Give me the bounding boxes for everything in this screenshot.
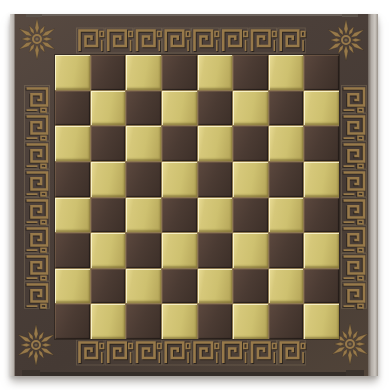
square-e2[interactable]	[198, 269, 233, 304]
greek-key-border-bottom	[76, 339, 306, 366]
square-a8[interactable]	[55, 55, 90, 90]
square-b7[interactable]	[91, 91, 126, 126]
square-a4[interactable]	[55, 198, 90, 233]
square-c4[interactable]	[126, 198, 161, 233]
square-e1[interactable]	[198, 304, 233, 339]
square-c3[interactable]	[126, 233, 161, 268]
square-b4[interactable]	[91, 198, 126, 233]
square-h8[interactable]	[304, 55, 339, 90]
board-corner-tab	[342, 14, 358, 17]
square-a1[interactable]	[55, 304, 90, 339]
board-rim-left	[10, 14, 15, 376]
square-c1[interactable]	[126, 304, 161, 339]
square-b2[interactable]	[91, 269, 126, 304]
square-c5[interactable]	[126, 162, 161, 197]
board-edge-top	[32, 14, 356, 16]
square-b3[interactable]	[91, 233, 126, 268]
square-d7[interactable]	[162, 91, 197, 126]
square-e7[interactable]	[198, 91, 233, 126]
square-g4[interactable]	[269, 198, 304, 233]
sun-ornament-bottom-left-icon	[14, 323, 58, 367]
square-h3[interactable]	[304, 233, 339, 268]
square-g7[interactable]	[269, 91, 304, 126]
square-h5[interactable]	[304, 162, 339, 197]
square-g1[interactable]	[269, 304, 304, 339]
square-d4[interactable]	[162, 198, 197, 233]
square-c7[interactable]	[126, 91, 161, 126]
square-b1[interactable]	[91, 304, 126, 339]
square-f8[interactable]	[233, 55, 268, 90]
square-e6[interactable]	[198, 126, 233, 161]
square-h2[interactable]	[304, 269, 339, 304]
square-e3[interactable]	[198, 233, 233, 268]
greek-key-border-top	[76, 27, 306, 54]
board-corner-tab	[346, 370, 364, 376]
chess-board	[10, 14, 378, 376]
square-f3[interactable]	[233, 233, 268, 268]
square-a2[interactable]	[55, 269, 90, 304]
photo-background	[0, 0, 390, 390]
square-f6[interactable]	[233, 126, 268, 161]
checkerboard	[55, 55, 339, 339]
square-f4[interactable]	[233, 198, 268, 233]
square-d8[interactable]	[162, 55, 197, 90]
square-c2[interactable]	[126, 269, 161, 304]
square-e5[interactable]	[198, 162, 233, 197]
square-b8[interactable]	[91, 55, 126, 90]
square-h7[interactable]	[304, 91, 339, 126]
square-c8[interactable]	[126, 55, 161, 90]
square-g6[interactable]	[269, 126, 304, 161]
square-f2[interactable]	[233, 269, 268, 304]
board-corner-tab	[22, 370, 40, 376]
greek-key-border-right	[339, 85, 369, 309]
square-h4[interactable]	[304, 198, 339, 233]
square-e4[interactable]	[198, 198, 233, 233]
square-a3[interactable]	[55, 233, 90, 268]
square-g8[interactable]	[269, 55, 304, 90]
board-edge-bottom	[30, 372, 358, 376]
square-f7[interactable]	[233, 91, 268, 126]
greek-key-border-left	[22, 85, 52, 309]
square-d2[interactable]	[162, 269, 197, 304]
square-f5[interactable]	[233, 162, 268, 197]
square-d6[interactable]	[162, 126, 197, 161]
square-g3[interactable]	[269, 233, 304, 268]
square-b5[interactable]	[91, 162, 126, 197]
square-d1[interactable]	[162, 304, 197, 339]
square-a5[interactable]	[55, 162, 90, 197]
square-d3[interactable]	[162, 233, 197, 268]
square-e8[interactable]	[198, 55, 233, 90]
square-a7[interactable]	[55, 91, 90, 126]
square-h1[interactable]	[304, 304, 339, 339]
square-d5[interactable]	[162, 162, 197, 197]
square-b6[interactable]	[91, 126, 126, 161]
square-a6[interactable]	[55, 126, 90, 161]
square-g2[interactable]	[269, 269, 304, 304]
square-h6[interactable]	[304, 126, 339, 161]
square-c6[interactable]	[126, 126, 161, 161]
square-g5[interactable]	[269, 162, 304, 197]
sun-ornament-top-left-icon	[15, 17, 59, 61]
square-f1[interactable]	[233, 304, 268, 339]
